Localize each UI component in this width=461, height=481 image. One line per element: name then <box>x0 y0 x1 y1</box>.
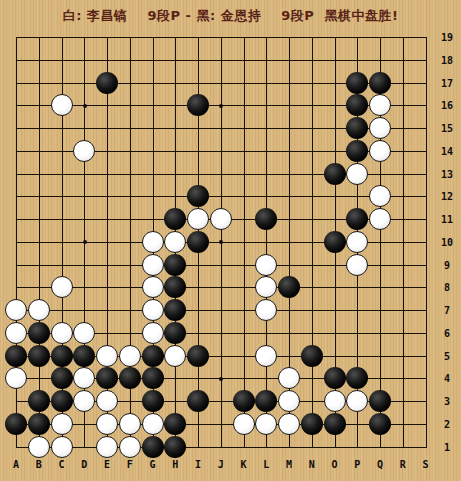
black-stone[interactable] <box>164 436 186 458</box>
black-stone[interactable] <box>255 208 277 230</box>
row-label: 3 <box>444 396 450 407</box>
grid-line-vertical <box>403 37 404 448</box>
grid-line-horizontal <box>16 447 427 448</box>
black-stone[interactable] <box>142 367 164 389</box>
black-stone[interactable] <box>255 390 277 412</box>
column-label: P <box>354 459 360 470</box>
black-stone[interactable] <box>5 413 27 435</box>
white-stone[interactable] <box>51 276 73 298</box>
black-stone[interactable] <box>369 390 391 412</box>
column-label: B <box>36 459 42 470</box>
white-stone[interactable] <box>255 413 277 435</box>
star-point <box>219 240 223 244</box>
column-label: S <box>422 459 428 470</box>
black-stone[interactable] <box>369 72 391 94</box>
white-stone[interactable] <box>96 345 118 367</box>
column-label: I <box>195 459 201 470</box>
black-stone[interactable] <box>28 390 50 412</box>
black-stone[interactable] <box>51 367 73 389</box>
white-stone[interactable] <box>346 254 368 276</box>
row-label: 2 <box>444 418 450 429</box>
black-stone[interactable] <box>119 367 141 389</box>
column-label: G <box>149 459 155 470</box>
black-stone[interactable] <box>324 367 346 389</box>
black-stone[interactable] <box>324 413 346 435</box>
white-stone[interactable] <box>142 413 164 435</box>
black-stone[interactable] <box>5 345 27 367</box>
white-stone[interactable] <box>96 413 118 435</box>
black-stone[interactable] <box>346 94 368 116</box>
row-label: 1 <box>444 441 450 452</box>
white-stone[interactable] <box>119 345 141 367</box>
black-stone[interactable] <box>187 345 209 367</box>
black-stone[interactable] <box>164 299 186 321</box>
white-stone[interactable] <box>255 254 277 276</box>
black-stone[interactable] <box>346 367 368 389</box>
grid-line-vertical <box>266 37 267 448</box>
black-stone[interactable] <box>346 72 368 94</box>
black-stone[interactable] <box>28 322 50 344</box>
white-stone[interactable] <box>346 231 368 253</box>
black-stone[interactable] <box>346 208 368 230</box>
column-label: D <box>81 459 87 470</box>
white-stone[interactable] <box>255 276 277 298</box>
white-stone[interactable] <box>346 390 368 412</box>
white-stone[interactable] <box>119 413 141 435</box>
row-label: 8 <box>444 282 450 293</box>
white-stone[interactable] <box>73 322 95 344</box>
white-stone[interactable] <box>255 299 277 321</box>
row-label: 14 <box>441 145 453 156</box>
white-stone[interactable] <box>369 208 391 230</box>
row-label: 10 <box>441 236 453 247</box>
black-stone[interactable] <box>369 413 391 435</box>
grid-line-horizontal <box>16 287 427 288</box>
white-stone[interactable] <box>73 367 95 389</box>
black-stone[interactable] <box>187 94 209 116</box>
black-stone[interactable] <box>142 390 164 412</box>
white-stone[interactable] <box>96 436 118 458</box>
black-stone[interactable] <box>164 276 186 298</box>
black-stone[interactable] <box>73 345 95 367</box>
column-label: A <box>13 459 19 470</box>
white-stone[interactable] <box>142 299 164 321</box>
black-stone[interactable] <box>142 436 164 458</box>
column-label: L <box>263 459 269 470</box>
white-stone[interactable] <box>255 345 277 367</box>
white-stone[interactable] <box>51 94 73 116</box>
black-stone[interactable] <box>278 276 300 298</box>
column-label: M <box>286 459 292 470</box>
white-stone[interactable] <box>5 367 27 389</box>
white-stone[interactable] <box>233 413 255 435</box>
black-stone[interactable] <box>187 185 209 207</box>
column-label: K <box>240 459 246 470</box>
white-stone[interactable] <box>73 140 95 162</box>
black-stone[interactable] <box>324 231 346 253</box>
black-stone[interactable] <box>187 390 209 412</box>
column-label: R <box>400 459 406 470</box>
row-label: 7 <box>444 305 450 316</box>
white-stone[interactable] <box>51 413 73 435</box>
grid-line-horizontal <box>16 424 427 425</box>
white-stone[interactable] <box>73 390 95 412</box>
row-label: 11 <box>441 214 453 225</box>
black-stone[interactable] <box>28 345 50 367</box>
grid-line-horizontal <box>16 310 427 311</box>
grid-line-vertical <box>244 37 245 448</box>
grid-line-vertical <box>426 37 427 448</box>
white-stone[interactable] <box>142 231 164 253</box>
black-stone[interactable] <box>96 72 118 94</box>
row-label: 17 <box>441 77 453 88</box>
white-stone[interactable] <box>369 185 391 207</box>
white-stone[interactable] <box>346 163 368 185</box>
column-label: E <box>104 459 110 470</box>
white-stone[interactable] <box>369 94 391 116</box>
row-label: 18 <box>441 54 453 65</box>
black-stone[interactable] <box>51 390 73 412</box>
black-stone[interactable] <box>164 254 186 276</box>
white-stone[interactable] <box>142 276 164 298</box>
white-stone[interactable] <box>164 231 186 253</box>
column-label: N <box>309 459 315 470</box>
white-stone[interactable] <box>5 299 27 321</box>
black-stone[interactable] <box>28 413 50 435</box>
black-stone[interactable] <box>233 390 255 412</box>
white-stone[interactable] <box>278 367 300 389</box>
white-stone[interactable] <box>164 345 186 367</box>
star-point <box>83 240 87 244</box>
row-label: 19 <box>441 32 453 43</box>
black-stone[interactable] <box>142 345 164 367</box>
star-point <box>219 377 223 381</box>
white-stone[interactable] <box>142 322 164 344</box>
column-label: Q <box>377 459 383 470</box>
black-stone[interactable] <box>51 345 73 367</box>
black-stone[interactable] <box>346 140 368 162</box>
white-stone[interactable] <box>51 436 73 458</box>
row-label: 5 <box>444 350 450 361</box>
white-stone[interactable] <box>187 208 209 230</box>
white-stone[interactable] <box>51 322 73 344</box>
black-stone[interactable] <box>164 322 186 344</box>
white-stone[interactable] <box>119 436 141 458</box>
white-stone[interactable] <box>210 208 232 230</box>
go-game-viewer: 白: 李昌镐 9段P - 黑: 金恩持 9段P 黑棋中盘胜! ABCDEFGHI… <box>0 0 461 481</box>
row-label: 12 <box>441 191 453 202</box>
row-label: 16 <box>441 100 453 111</box>
star-point <box>219 104 223 108</box>
white-stone[interactable] <box>96 390 118 412</box>
white-stone[interactable] <box>5 322 27 344</box>
black-stone[interactable] <box>324 163 346 185</box>
black-stone[interactable] <box>164 413 186 435</box>
column-label: C <box>58 459 64 470</box>
black-stone[interactable] <box>301 345 323 367</box>
row-label: 9 <box>444 259 450 270</box>
row-label: 13 <box>441 168 453 179</box>
grid-line-vertical <box>312 37 313 448</box>
black-stone[interactable] <box>164 208 186 230</box>
white-stone[interactable] <box>28 299 50 321</box>
white-stone[interactable] <box>28 436 50 458</box>
white-stone[interactable] <box>142 254 164 276</box>
white-stone[interactable] <box>324 390 346 412</box>
column-label: O <box>331 459 337 470</box>
white-stone[interactable] <box>369 140 391 162</box>
row-label: 6 <box>444 327 450 338</box>
column-label: H <box>172 459 178 470</box>
black-stone[interactable] <box>301 413 323 435</box>
go-board[interactable]: ABCDEFGHIJKLMNOPQRS191817161514131211109… <box>0 0 461 481</box>
black-stone[interactable] <box>346 117 368 139</box>
white-stone[interactable] <box>278 390 300 412</box>
star-point <box>83 104 87 108</box>
row-label: 15 <box>441 123 453 134</box>
row-label: 4 <box>444 373 450 384</box>
white-stone[interactable] <box>278 413 300 435</box>
black-stone[interactable] <box>96 367 118 389</box>
column-label: J <box>218 459 224 470</box>
column-label: F <box>127 459 133 470</box>
white-stone[interactable] <box>369 117 391 139</box>
black-stone[interactable] <box>187 231 209 253</box>
